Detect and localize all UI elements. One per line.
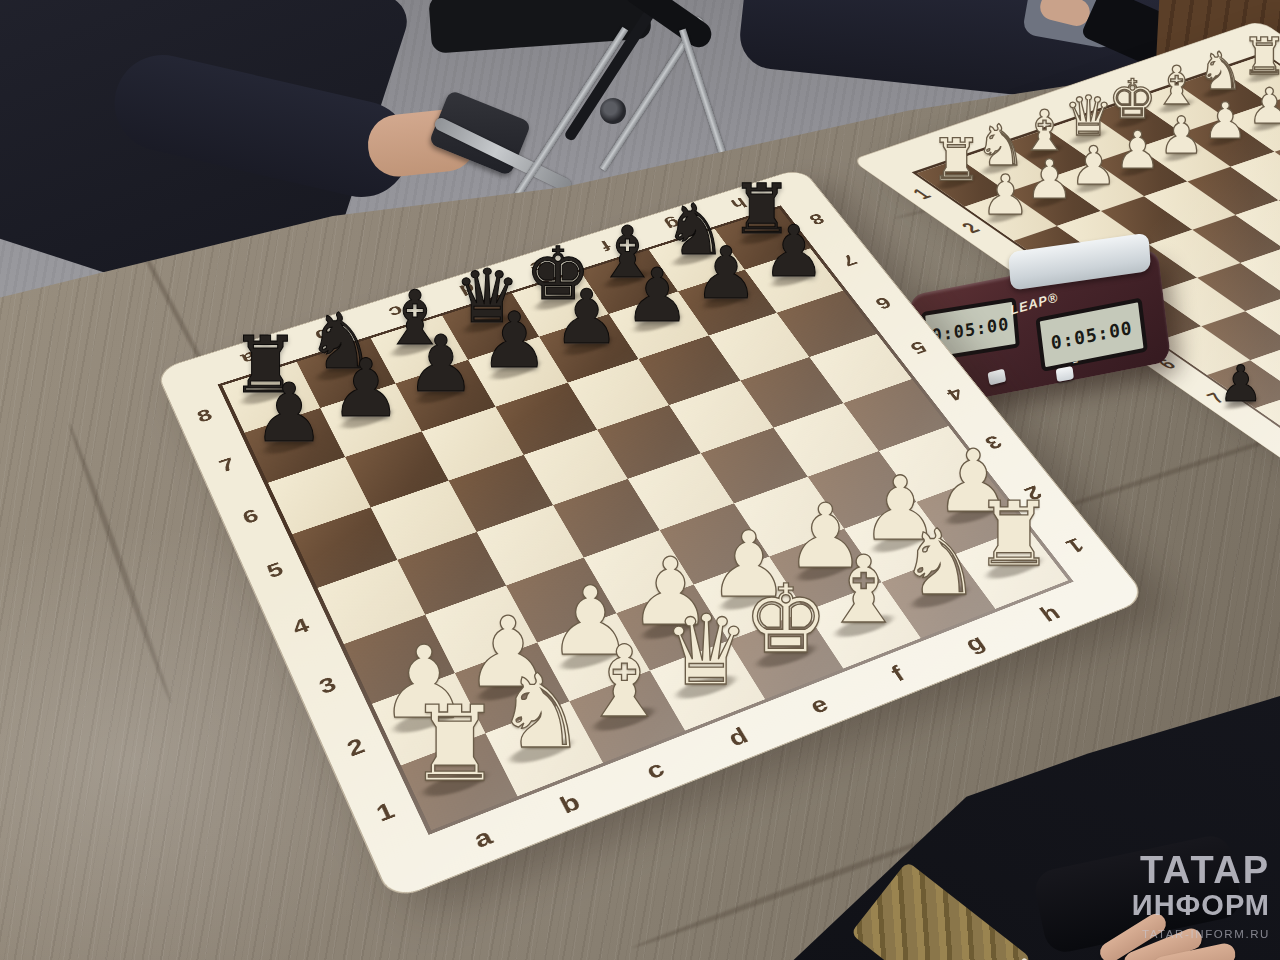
- coordinate-label-f: f: [887, 662, 910, 687]
- coordinate-label-4: 4: [942, 383, 967, 404]
- coordinate-label-a: a: [238, 348, 259, 369]
- coordinate-label-h: h: [727, 194, 750, 212]
- coordinate-label-f: f: [597, 237, 614, 254]
- clock-minus-mark: −: [1072, 357, 1078, 368]
- coordinate-label-d: d: [724, 723, 753, 752]
- coordinate-label-8: 8: [194, 405, 215, 427]
- clock-button-minus[interactable]: [1056, 366, 1074, 382]
- photo-scene: 1234567 ♜♞♝♟♚♟♛♟♝♟♞♟♜♟♟♟♟ 0:05:00 0:05:0…: [0, 0, 1280, 960]
- chair-caster-wheel: [600, 98, 626, 124]
- coordinate-label-e: e: [526, 257, 548, 276]
- coordinate-label-d: d: [456, 279, 479, 299]
- coordinate-label-7: 7: [838, 251, 861, 270]
- coordinate-label-7: 7: [1202, 390, 1231, 407]
- coordinate-label-4: 4: [289, 614, 313, 640]
- coordinate-label-g: g: [960, 630, 990, 657]
- coordinate-label-g: g: [661, 215, 684, 234]
- coordinate-label-2: 2: [1020, 481, 1047, 504]
- clock-brand-label: LEAP®: [1009, 289, 1060, 317]
- coordinate-label-7: 7: [216, 454, 238, 477]
- coordinate-label-e: e: [805, 692, 833, 720]
- coordinate-label-2: 2: [343, 733, 368, 761]
- coordinate-label-5: 5: [906, 337, 931, 357]
- coordinate-label-b: b: [556, 789, 585, 819]
- coordinate-label-a: a: [469, 823, 496, 853]
- coordinate-label-5: 5: [263, 558, 286, 583]
- coordinate-label-3: 3: [980, 431, 1006, 453]
- coordinate-label-1: 1: [1061, 533, 1089, 557]
- coordinate-label-2: 2: [957, 220, 986, 237]
- coordinate-label-1: 1: [908, 186, 937, 203]
- coordinate-label-3: 3: [315, 672, 340, 699]
- coordinate-label-6: 6: [239, 505, 262, 529]
- clock-button-mode[interactable]: [987, 369, 1006, 386]
- coordinate-label-8: 8: [805, 210, 828, 228]
- coordinate-label-c: c: [641, 756, 669, 785]
- clock-right-display: 0:05:00: [1035, 298, 1148, 372]
- coordinate-label-1: 1: [372, 797, 398, 827]
- coordinate-label-c: c: [385, 302, 406, 322]
- coordinate-label-6: 6: [871, 293, 895, 313]
- coordinate-label-b: b: [312, 324, 335, 345]
- coordinate-label-h: h: [1035, 601, 1065, 627]
